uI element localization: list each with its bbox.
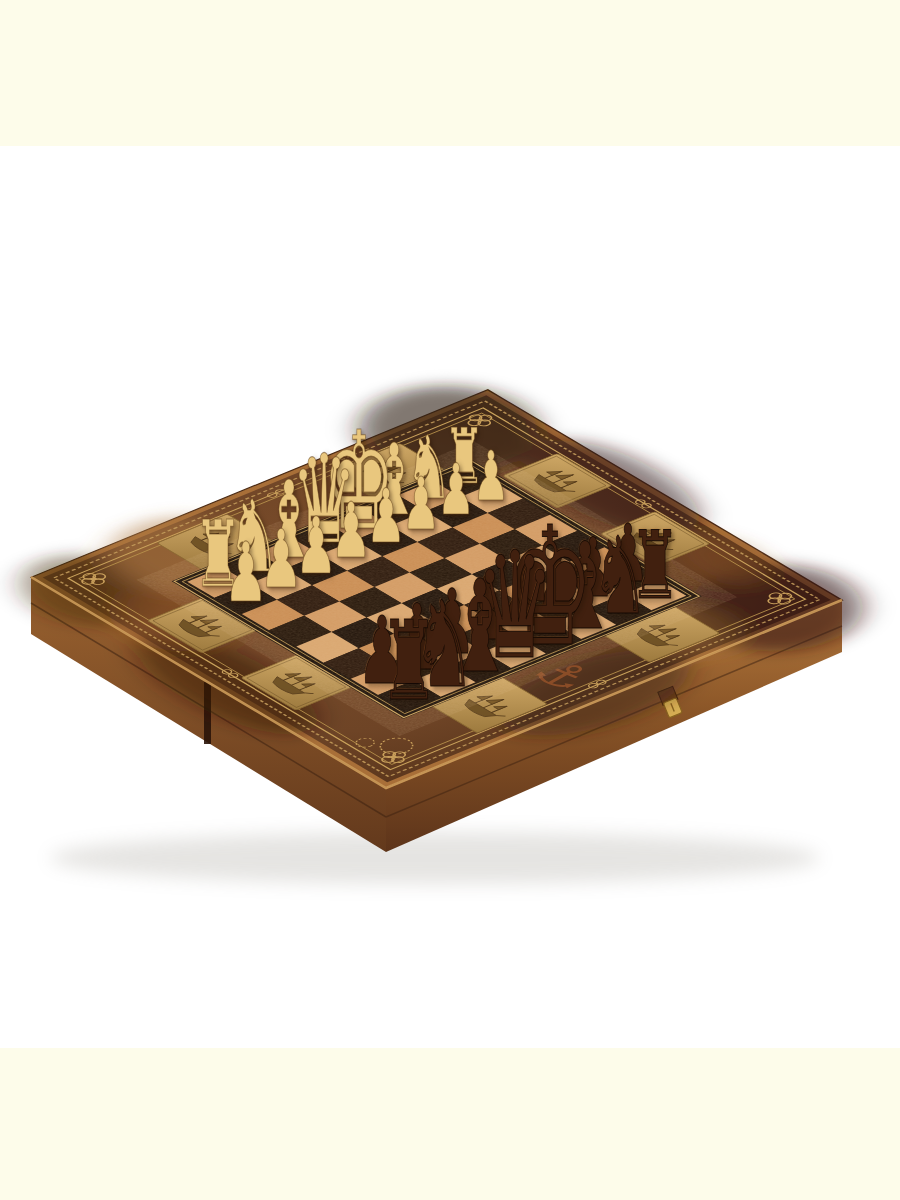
chess-box-illustration: ⚓ <box>0 0 900 1200</box>
box-shadow <box>50 832 820 884</box>
product-photo-chess-set: ⚓ ♜♞♝♚♛♝♞♜♟♟♟♟♟♟♟♟♟♟♟♟♟♟♟♟♜♞♝♚♛♝♞♜ <box>0 0 900 1200</box>
board-top-face: ⚓ <box>0 361 898 821</box>
